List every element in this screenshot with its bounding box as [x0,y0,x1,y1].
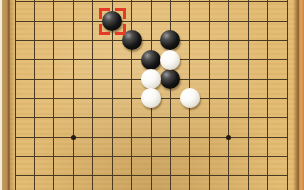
last-move-marker-corner [99,24,110,35]
grid-line-vertical [228,0,229,190]
last-move-marker-corner [115,8,126,19]
grid-line-vertical [34,0,35,190]
grid-line-vertical [248,0,249,190]
board-left-edge-shadow [10,0,15,190]
grid-line-horizontal [15,175,288,176]
grid-line-vertical [267,0,268,190]
grid-line-vertical [287,0,288,190]
grid-line-vertical [92,0,93,190]
grid-line-vertical [170,0,171,190]
grid-line-vertical [53,0,54,190]
white-stone [141,69,161,89]
grid-line-horizontal [15,40,288,41]
grid-line-horizontal [15,1,288,2]
grid-line-vertical [131,0,132,190]
grid-line-horizontal [15,117,288,118]
white-stone [160,50,180,70]
star-point [226,135,231,140]
board-area [0,0,304,190]
white-stone [180,88,200,108]
white-stone [141,88,161,108]
grid-line-horizontal [15,156,288,157]
last-move-marker [99,8,126,35]
board-left-edge [0,0,10,190]
go-board[interactable] [0,0,304,190]
grid-line-horizontal [15,21,288,22]
last-move-marker-corner [99,8,110,19]
black-stone [160,69,180,89]
grid-line-vertical [73,0,74,190]
star-point [71,135,76,140]
board-right-edge [293,0,304,190]
black-stone [160,30,180,50]
grid-line-vertical [209,0,210,190]
grid-line-horizontal [15,137,288,138]
black-stone [141,50,161,70]
last-move-marker-corner [115,24,126,35]
